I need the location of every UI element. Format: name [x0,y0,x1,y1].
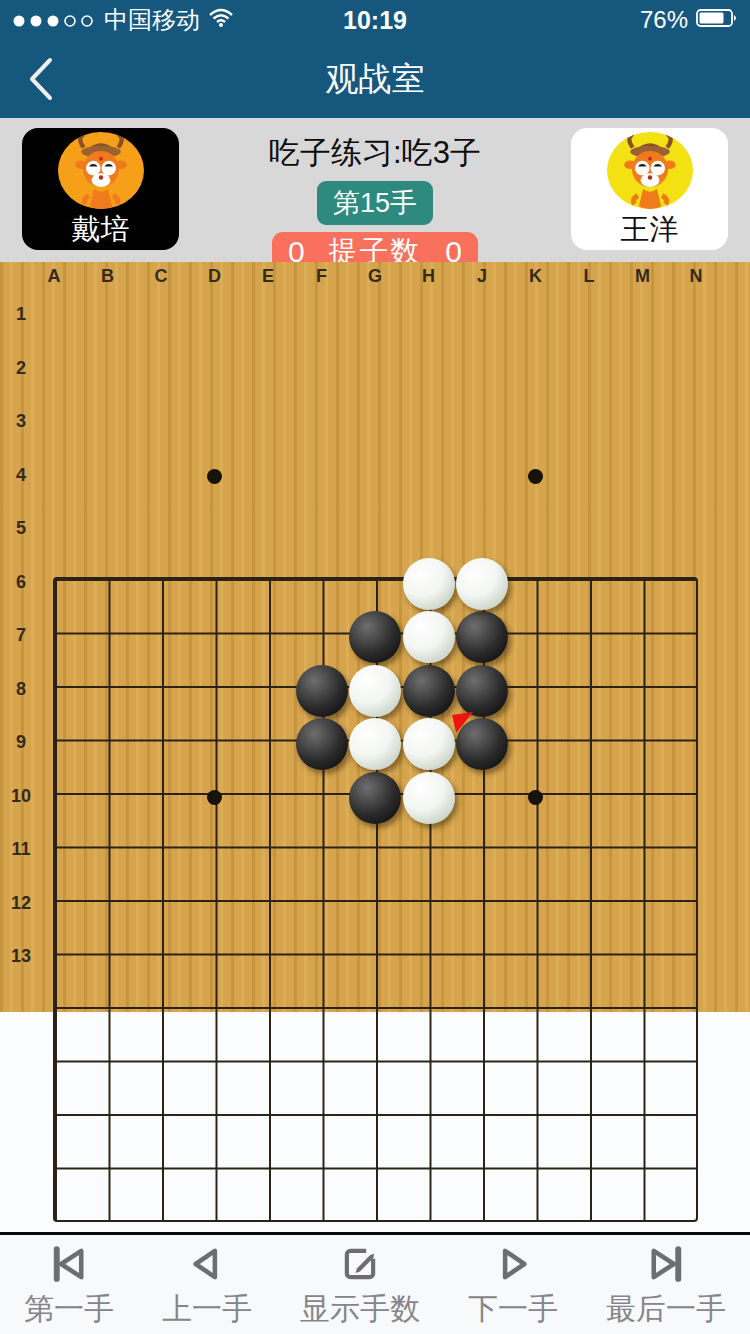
stone-white-G9 [349,718,401,770]
stone-white-G8 [349,665,401,717]
column-label-E: E [253,266,283,287]
column-label-B: B [93,266,123,287]
white-player-card[interactable]: 王洋 [571,128,728,250]
next-move-icon [491,1243,535,1285]
stone-white-H7 [403,611,455,663]
previous-move-button[interactable]: 上一手 [162,1235,252,1334]
show-move-numbers-button[interactable]: 显示手数 [300,1235,420,1334]
black-player-avatar [58,132,144,209]
stone-black-J8 [456,665,508,717]
last-move-button[interactable]: 最后一手 [606,1235,726,1334]
column-label-C: C [146,266,176,287]
white-player-avatar [607,132,693,209]
column-label-G: G [360,266,390,287]
star-point-K4 [528,469,543,484]
row-label-13: 13 [6,946,36,970]
column-label-D: D [200,266,230,287]
white-player-name: 王洋 [621,210,679,250]
column-label-K: K [521,266,551,287]
stone-black-J9 [456,718,508,770]
stone-white-H10 [403,772,455,824]
stone-white-H6 [403,558,455,610]
row-label-5: 5 [6,518,36,542]
next-move-label: 下一手 [468,1289,558,1330]
status-bar: 中国移动 10:19 76% [0,0,750,40]
row-label-7: 7 [6,625,36,649]
row-label-4: 4 [6,465,36,489]
row-label-11: 11 [6,839,36,863]
skip-to-first-icon [47,1243,91,1285]
stone-black-G7 [349,611,401,663]
stone-white-J6 [456,558,508,610]
stone-black-F9 [296,718,348,770]
last-move-label: 最后一手 [606,1289,726,1330]
row-label-3: 3 [6,411,36,435]
deer-mascot-icon [607,132,693,209]
column-label-N: N [681,266,711,287]
page-title: 观战室 [0,57,750,102]
clock: 10:19 [0,6,750,35]
row-label-9: 9 [6,732,36,756]
match-info-bar: 戴培 吃子练习:吃3子 第15手 0 提子数 0 [0,118,750,262]
stone-black-F8 [296,665,348,717]
deer-mascot-icon [58,132,144,209]
star-point-D4 [207,469,222,484]
move-number-badge: 第15手 [317,181,433,225]
column-label-J: J [467,266,497,287]
column-label-A: A [39,266,69,287]
match-info: 吃子练习:吃3子 第15手 0 提子数 0 [185,128,565,260]
stone-black-G10 [349,772,401,824]
first-move-button[interactable]: 第一手 [24,1235,114,1334]
show-move-numbers-label: 显示手数 [300,1289,420,1330]
replay-toolbar: 第一手 上一手 显示手数 下一手 最后一手 [0,1235,750,1334]
column-label-L: L [574,266,604,287]
star-point-D10 [207,790,222,805]
first-move-label: 第一手 [24,1289,114,1330]
row-label-2: 2 [6,358,36,382]
app-screen: 中国移动 10:19 76% [0,0,750,1334]
stone-black-J7 [456,611,508,663]
column-label-H: H [414,266,444,287]
stone-white-H9 [403,718,455,770]
row-label-12: 12 [6,893,36,917]
show-move-numbers-icon [338,1243,382,1285]
row-label-1: 1 [6,304,36,328]
star-point-K10 [528,790,543,805]
row-label-10: 10 [6,786,36,810]
previous-move-label: 上一手 [162,1289,252,1330]
next-move-button[interactable]: 下一手 [468,1235,558,1334]
go-board[interactable]: ABCDEFGHJKLMN12345678910111213 [0,262,750,1012]
match-title: 吃子练习:吃3子 [269,132,481,174]
black-player-name: 戴培 [72,210,130,250]
column-label-M: M [628,266,658,287]
row-label-6: 6 [6,572,36,596]
skip-to-last-icon [644,1243,688,1285]
row-label-8: 8 [6,679,36,703]
nav-bar: 观战室 [0,40,750,118]
column-label-F: F [307,266,337,287]
previous-move-icon [185,1243,229,1285]
stone-black-H8 [403,665,455,717]
black-player-card[interactable]: 戴培 [22,128,179,250]
